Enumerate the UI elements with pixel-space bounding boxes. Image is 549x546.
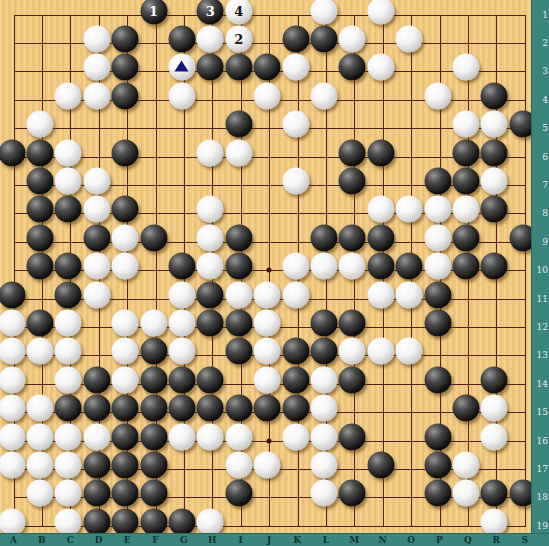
stone-C4[interactable]	[55, 82, 82, 109]
stone-E19[interactable]	[112, 508, 139, 533]
stone-I17[interactable]	[225, 451, 252, 478]
stone-K10[interactable]	[282, 253, 309, 280]
stone-H3[interactable]	[197, 54, 224, 81]
go-game-screenshot: { "game": "go", "board": { "size": 19, "…	[0, 0, 549, 546]
stone-R14[interactable]	[481, 366, 508, 393]
stone-L15[interactable]	[310, 395, 337, 422]
grid-line-vertical	[14, 15, 15, 527]
stone-N17[interactable]	[367, 451, 394, 478]
stone-B8[interactable]	[26, 196, 53, 223]
stone-O10[interactable]	[396, 253, 423, 280]
stone-M13[interactable]	[339, 338, 366, 365]
stone-Q10[interactable]	[452, 253, 479, 280]
stone-A14[interactable]	[0, 366, 25, 393]
stone-J11[interactable]	[254, 281, 281, 308]
move-number-label: 3	[206, 4, 215, 17]
stone-Q9[interactable]	[452, 224, 479, 251]
stone-B15[interactable]	[26, 395, 53, 422]
stone-B10[interactable]	[26, 253, 53, 280]
stone-Q6[interactable]	[452, 139, 479, 166]
stone-K7[interactable]	[282, 167, 309, 194]
move-number-label: 4	[234, 4, 243, 17]
stone-I10[interactable]	[225, 253, 252, 280]
stone-K5[interactable]	[282, 111, 309, 138]
stone-D17[interactable]	[83, 451, 110, 478]
stone-L1[interactable]	[310, 0, 337, 24]
stone-E15[interactable]	[112, 395, 139, 422]
stone-F13[interactable]	[140, 338, 167, 365]
stone-N1[interactable]	[367, 0, 394, 24]
stone-G16[interactable]	[168, 423, 195, 450]
stone-Q8[interactable]	[452, 196, 479, 223]
stone-R10[interactable]	[481, 253, 508, 280]
stone-E3[interactable]	[112, 54, 139, 81]
grid-line-vertical	[525, 15, 526, 527]
stone-F17[interactable]	[140, 451, 167, 478]
stone-E18[interactable]	[112, 480, 139, 507]
row-labels: 12345678910111213141516171819	[531, 0, 549, 533]
stone-R7[interactable]	[481, 167, 508, 194]
stone-N6[interactable]	[367, 139, 394, 166]
stone-D4[interactable]	[83, 82, 110, 109]
stone-G4[interactable]	[168, 82, 195, 109]
col-label-L: L	[323, 535, 329, 545]
grid-line-vertical	[156, 15, 157, 527]
stone-D16[interactable]	[83, 423, 110, 450]
col-label-N: N	[379, 535, 387, 545]
stone-G12[interactable]	[168, 309, 195, 336]
column-labels: ABCDEFGHIJKLMNOPQRS	[0, 533, 549, 546]
stone-I13[interactable]	[225, 338, 252, 365]
stone-D10[interactable]	[83, 253, 110, 280]
stone-E16[interactable]	[112, 423, 139, 450]
stone-D15[interactable]	[83, 395, 110, 422]
stone-I3[interactable]	[225, 54, 252, 81]
stone-G14[interactable]	[168, 366, 195, 393]
stone-I2[interactable]: 2	[225, 25, 252, 52]
col-label-J: J	[267, 535, 271, 545]
stone-P12[interactable]	[424, 309, 451, 336]
stone-A12[interactable]	[0, 309, 25, 336]
stone-J13[interactable]	[254, 338, 281, 365]
col-label-P: P	[436, 535, 443, 545]
row-label-5: 5	[542, 123, 548, 133]
stone-K11[interactable]	[282, 281, 309, 308]
stone-B6[interactable]	[26, 139, 53, 166]
stone-H19[interactable]	[197, 508, 224, 533]
row-label-19: 19	[537, 521, 548, 531]
stone-I18[interactable]	[225, 480, 252, 507]
stone-I9[interactable]	[225, 224, 252, 251]
stone-B16[interactable]	[26, 423, 53, 450]
stone-M14[interactable]	[339, 366, 366, 393]
stone-O2[interactable]	[396, 25, 423, 52]
stone-R18[interactable]	[481, 480, 508, 507]
row-label-6: 6	[542, 152, 548, 162]
row-label-7: 7	[542, 180, 548, 190]
stone-F18[interactable]	[140, 480, 167, 507]
stone-M2[interactable]	[339, 25, 366, 52]
stone-J17[interactable]	[254, 451, 281, 478]
stone-C6[interactable]	[55, 139, 82, 166]
stone-A13[interactable]	[0, 338, 25, 365]
stone-G10[interactable]	[168, 253, 195, 280]
stone-H9[interactable]	[197, 224, 224, 251]
stone-L18[interactable]	[310, 480, 337, 507]
stone-L9[interactable]	[310, 224, 337, 251]
stone-P17[interactable]	[424, 451, 451, 478]
stone-L13[interactable]	[310, 338, 337, 365]
stone-H14[interactable]	[197, 366, 224, 393]
stone-I11[interactable]	[225, 281, 252, 308]
stone-K13[interactable]	[282, 338, 309, 365]
stone-E17[interactable]	[112, 451, 139, 478]
stone-F14[interactable]	[140, 366, 167, 393]
stone-G13[interactable]	[168, 338, 195, 365]
row-label-9: 9	[542, 237, 548, 247]
stone-A6[interactable]	[0, 139, 25, 166]
stone-M6[interactable]	[339, 139, 366, 166]
stone-O13[interactable]	[396, 338, 423, 365]
stone-G2[interactable]	[168, 25, 195, 52]
stone-D9[interactable]	[83, 224, 110, 251]
stone-P4[interactable]	[424, 82, 451, 109]
stone-I1[interactable]: 4	[225, 0, 252, 24]
col-label-S: S	[521, 535, 528, 545]
stone-R5[interactable]	[481, 111, 508, 138]
col-label-Q: Q	[464, 535, 472, 545]
stone-C14[interactable]	[55, 366, 82, 393]
stone-E9[interactable]	[112, 224, 139, 251]
col-label-B: B	[38, 535, 46, 545]
stone-B5[interactable]	[26, 111, 53, 138]
stone-F19[interactable]	[140, 508, 167, 533]
star-point	[267, 268, 272, 273]
col-label-O: O	[407, 535, 415, 545]
stone-A15[interactable]	[0, 395, 25, 422]
stone-C16[interactable]	[55, 423, 82, 450]
row-label-18: 18	[537, 492, 548, 502]
row-label-10: 10	[537, 265, 548, 275]
stone-C15[interactable]	[55, 395, 82, 422]
stone-E13[interactable]	[112, 338, 139, 365]
stone-P10[interactable]	[424, 253, 451, 280]
row-label-8: 8	[542, 208, 548, 218]
col-label-R: R	[493, 535, 500, 545]
stone-H16[interactable]	[197, 423, 224, 450]
row-label-1: 1	[542, 10, 548, 20]
stone-N13[interactable]	[367, 338, 394, 365]
stone-G19[interactable]	[168, 508, 195, 533]
stone-R6[interactable]	[481, 139, 508, 166]
row-label-16: 16	[537, 436, 548, 446]
stone-I15[interactable]	[225, 395, 252, 422]
stone-F9[interactable]	[140, 224, 167, 251]
stone-L16[interactable]	[310, 423, 337, 450]
stone-C19[interactable]	[55, 508, 82, 533]
stone-P18[interactable]	[424, 480, 451, 507]
stone-B7[interactable]	[26, 167, 53, 194]
stone-H2[interactable]	[197, 25, 224, 52]
stone-Q5[interactable]	[452, 111, 479, 138]
stone-D8[interactable]	[83, 196, 110, 223]
stone-J12[interactable]	[254, 309, 281, 336]
stone-R19[interactable]	[481, 508, 508, 533]
stone-E10[interactable]	[112, 253, 139, 280]
stone-K15[interactable]	[282, 395, 309, 422]
stone-F1[interactable]: 1	[140, 0, 167, 24]
stone-G11[interactable]	[168, 281, 195, 308]
stone-N8[interactable]	[367, 196, 394, 223]
stone-I6[interactable]	[225, 139, 252, 166]
col-label-C: C	[67, 535, 74, 545]
stone-L2[interactable]	[310, 25, 337, 52]
row-label-15: 15	[537, 407, 548, 417]
stone-N10[interactable]	[367, 253, 394, 280]
stone-C8[interactable]	[55, 196, 82, 223]
stone-M9[interactable]	[339, 224, 366, 251]
stone-M12[interactable]	[339, 309, 366, 336]
stone-A11[interactable]	[0, 281, 25, 308]
stone-C17[interactable]	[55, 451, 82, 478]
row-label-3: 3	[542, 66, 548, 76]
stone-K16[interactable]	[282, 423, 309, 450]
stone-Q7[interactable]	[452, 167, 479, 194]
stone-J4[interactable]	[254, 82, 281, 109]
col-label-H: H	[208, 535, 217, 545]
row-label-11: 11	[537, 294, 548, 304]
stone-J3[interactable]	[254, 54, 281, 81]
stone-C7[interactable]	[55, 167, 82, 194]
stone-D3[interactable]	[83, 54, 110, 81]
stone-R16[interactable]	[481, 423, 508, 450]
triangle-marker	[175, 61, 189, 72]
stone-L4[interactable]	[310, 82, 337, 109]
stone-H12[interactable]	[197, 309, 224, 336]
stone-P8[interactable]	[424, 196, 451, 223]
stone-K14[interactable]	[282, 366, 309, 393]
stone-B9[interactable]	[26, 224, 53, 251]
row-label-2: 2	[542, 38, 548, 48]
col-label-F: F	[152, 535, 158, 545]
stone-B17[interactable]	[26, 451, 53, 478]
col-label-M: M	[349, 535, 359, 545]
row-label-13: 13	[537, 350, 548, 360]
stone-D7[interactable]	[83, 167, 110, 194]
stone-E12[interactable]	[112, 309, 139, 336]
stone-L17[interactable]	[310, 451, 337, 478]
stone-H11[interactable]	[197, 281, 224, 308]
stone-L12[interactable]	[310, 309, 337, 336]
stone-P16[interactable]	[424, 423, 451, 450]
stone-C13[interactable]	[55, 338, 82, 365]
stone-O11[interactable]	[396, 281, 423, 308]
star-point	[267, 438, 272, 443]
stone-G3[interactable]	[168, 54, 195, 81]
col-label-A: A	[10, 535, 17, 545]
stone-H1[interactable]: 3	[197, 0, 224, 24]
stone-H6[interactable]	[197, 139, 224, 166]
stone-Q15[interactable]	[452, 395, 479, 422]
row-label-17: 17	[537, 464, 548, 474]
stone-D19[interactable]	[83, 508, 110, 533]
stone-B18[interactable]	[26, 480, 53, 507]
stone-A19[interactable]	[0, 508, 25, 533]
stone-Q18[interactable]	[452, 480, 479, 507]
stone-M10[interactable]	[339, 253, 366, 280]
stone-E6[interactable]	[112, 139, 139, 166]
stone-J14[interactable]	[254, 366, 281, 393]
go-board[interactable]: 1342	[0, 0, 532, 533]
stone-L14[interactable]	[310, 366, 337, 393]
stone-L10[interactable]	[310, 253, 337, 280]
stone-A16[interactable]	[0, 423, 25, 450]
stone-H10[interactable]	[197, 253, 224, 280]
stone-E4[interactable]	[112, 82, 139, 109]
stone-J15[interactable]	[254, 395, 281, 422]
stone-M18[interactable]	[339, 480, 366, 507]
row-label-14: 14	[537, 379, 548, 389]
stone-C18[interactable]	[55, 480, 82, 507]
stone-C12[interactable]	[55, 309, 82, 336]
stone-M16[interactable]	[339, 423, 366, 450]
stone-I16[interactable]	[225, 423, 252, 450]
row-label-4: 4	[542, 95, 548, 105]
stone-D14[interactable]	[83, 366, 110, 393]
stone-N9[interactable]	[367, 224, 394, 251]
stone-P14[interactable]	[424, 366, 451, 393]
stone-A17[interactable]	[0, 451, 25, 478]
stone-D2[interactable]	[83, 25, 110, 52]
stone-P11[interactable]	[424, 281, 451, 308]
stone-F15[interactable]	[140, 395, 167, 422]
stone-S9[interactable]	[509, 224, 532, 251]
stone-E14[interactable]	[112, 366, 139, 393]
stone-K2[interactable]	[282, 25, 309, 52]
row-label-12: 12	[537, 322, 548, 332]
stone-I5[interactable]	[225, 111, 252, 138]
stone-P9[interactable]	[424, 224, 451, 251]
stone-H15[interactable]	[197, 395, 224, 422]
stone-Q3[interactable]	[452, 54, 479, 81]
stone-S18[interactable]	[509, 480, 532, 507]
stone-M7[interactable]	[339, 167, 366, 194]
col-label-K: K	[294, 535, 302, 545]
stone-I12[interactable]	[225, 309, 252, 336]
stone-Q17[interactable]	[452, 451, 479, 478]
stone-C10[interactable]	[55, 253, 82, 280]
col-label-I: I	[239, 535, 243, 545]
col-label-G: G	[180, 535, 188, 545]
stone-N3[interactable]	[367, 54, 394, 81]
move-number-label: 2	[234, 32, 243, 45]
move-number-label: 1	[149, 4, 158, 17]
stone-C11[interactable]	[55, 281, 82, 308]
stone-S5[interactable]	[509, 111, 532, 138]
stone-E2[interactable]	[112, 25, 139, 52]
stone-F12[interactable]	[140, 309, 167, 336]
stone-D11[interactable]	[83, 281, 110, 308]
stone-G15[interactable]	[168, 395, 195, 422]
stone-R15[interactable]	[481, 395, 508, 422]
stone-E8[interactable]	[112, 196, 139, 223]
stone-H8[interactable]	[197, 196, 224, 223]
stone-D18[interactable]	[83, 480, 110, 507]
stone-P7[interactable]	[424, 167, 451, 194]
stone-B13[interactable]	[26, 338, 53, 365]
stone-F16[interactable]	[140, 423, 167, 450]
stone-R4[interactable]	[481, 82, 508, 109]
stone-K3[interactable]	[282, 54, 309, 81]
stone-O8[interactable]	[396, 196, 423, 223]
stone-M3[interactable]	[339, 54, 366, 81]
stone-N11[interactable]	[367, 281, 394, 308]
col-label-E: E	[124, 535, 131, 545]
col-label-D: D	[95, 535, 103, 545]
stone-R8[interactable]	[481, 196, 508, 223]
stone-B12[interactable]	[26, 309, 53, 336]
